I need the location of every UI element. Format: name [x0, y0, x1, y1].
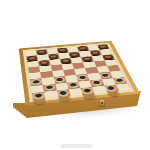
- watermark-bar: [60, 144, 93, 148]
- light-piece[interactable]: ⛀: [32, 92, 45, 100]
- board-grid: ⛂⛂⛂⛂⛂⛂⛂⛂⛂⛂⛂⛂⛀⛀⛀⛀⛀⛀⛀⛀⛀⛀⛀⛀: [26, 44, 131, 100]
- product-photo-scene: ⛂⛂⛂⛂⛂⛂⛂⛂⛂⛂⛂⛂⛀⛀⛀⛀⛀⛀⛀⛀⛀⛀⛀⛀: [0, 0, 150, 150]
- brass-latch-icon: [99, 99, 105, 107]
- board-margin: ⛂⛂⛂⛂⛂⛂⛂⛂⛂⛂⛂⛂⛀⛀⛀⛀⛀⛀⛀⛀⛀⛀⛀⛀: [23, 43, 135, 103]
- latch-pin-icon: [101, 102, 103, 104]
- square-h1[interactable]: [116, 83, 131, 91]
